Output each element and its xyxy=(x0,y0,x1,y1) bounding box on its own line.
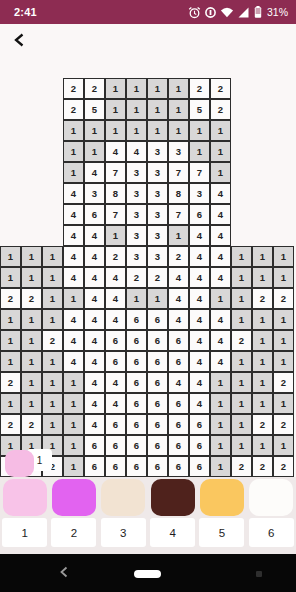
grid-empty xyxy=(273,225,294,246)
grid-cell[interactable]: 4 xyxy=(84,351,105,372)
grid-cell[interactable]: 3 xyxy=(147,141,168,162)
grid-cell[interactable]: 1 xyxy=(0,393,21,414)
grid-cell[interactable]: 1 xyxy=(42,246,63,267)
grid-cell[interactable]: 4 xyxy=(63,204,84,225)
grid-cell[interactable]: 3 xyxy=(126,183,147,204)
grid-empty xyxy=(21,141,42,162)
grid-cell[interactable]: 5 xyxy=(84,99,105,120)
grid-cell[interactable]: 4 xyxy=(63,330,84,351)
grid-cell[interactable]: 2 xyxy=(210,78,231,99)
grid-cell[interactable]: 1 xyxy=(252,351,273,372)
grid-cell[interactable]: 3 xyxy=(126,225,147,246)
grid-cell[interactable]: 2 xyxy=(210,99,231,120)
grid-empty xyxy=(273,183,294,204)
grid-cell[interactable]: 1 xyxy=(210,372,231,393)
grid-empty xyxy=(42,162,63,183)
grid-cell[interactable]: 1 xyxy=(168,78,189,99)
grid-cell[interactable]: 4 xyxy=(210,183,231,204)
grid-cell[interactable]: 4 xyxy=(189,225,210,246)
grid-cell[interactable]: 1 xyxy=(21,372,42,393)
palette-tile-1[interactable]: 1 xyxy=(0,477,49,555)
grid-cell[interactable]: 6 xyxy=(147,309,168,330)
grid-cell[interactable]: 6 xyxy=(168,435,189,456)
palette-tile-4[interactable]: 4 xyxy=(148,477,197,555)
grid-cell[interactable]: 2 xyxy=(84,78,105,99)
grid-cell[interactable]: 4 xyxy=(189,309,210,330)
grid-cell[interactable]: 7 xyxy=(168,162,189,183)
grid-cell[interactable]: 6 xyxy=(189,456,210,477)
grid-cell[interactable]: 1 xyxy=(273,267,294,288)
grid-empty xyxy=(21,204,42,225)
grid-cell[interactable]: 2 xyxy=(273,456,294,477)
grid-cell[interactable]: 6 xyxy=(189,414,210,435)
grid-empty xyxy=(21,120,42,141)
clock: 2:41 xyxy=(14,6,37,18)
grid-empty xyxy=(273,141,294,162)
grid-cell[interactable]: 2 xyxy=(42,330,63,351)
grid-cell[interactable]: 4 xyxy=(84,162,105,183)
data-saver-icon xyxy=(204,6,217,19)
grid-cell[interactable]: 2 xyxy=(231,456,252,477)
alarm-icon xyxy=(188,6,201,19)
pixel-grid: 2211112225111152111111111144331114733771… xyxy=(0,78,294,477)
grid-cell[interactable]: 1 xyxy=(105,120,126,141)
grid-cell[interactable]: 1 xyxy=(168,120,189,141)
grid-cell[interactable]: 1 xyxy=(42,393,63,414)
grid-cell[interactable]: 2 xyxy=(147,267,168,288)
grid-cell[interactable]: 6 xyxy=(147,372,168,393)
grid-cell[interactable]: 4 xyxy=(63,309,84,330)
grid-cell[interactable]: 1 xyxy=(63,435,84,456)
grid-cell[interactable]: 6 xyxy=(147,351,168,372)
grid-cell[interactable]: 7 xyxy=(189,162,210,183)
grid-cell[interactable]: 3 xyxy=(189,183,210,204)
grid-empty xyxy=(252,120,273,141)
grid-empty xyxy=(252,183,273,204)
grid-cell[interactable]: 1 xyxy=(126,120,147,141)
grid-cell[interactable]: 4 xyxy=(63,246,84,267)
grid-cell[interactable]: 2 xyxy=(168,246,189,267)
palette-tile-2[interactable]: 2 xyxy=(49,477,98,555)
grid-cell[interactable]: 1 xyxy=(105,78,126,99)
grid-cell[interactable]: 1 xyxy=(63,141,84,162)
grid-cell[interactable]: 1 xyxy=(42,267,63,288)
grid-cell[interactable]: 1 xyxy=(210,414,231,435)
grid-cell[interactable]: 4 xyxy=(84,246,105,267)
grid-cell[interactable]: 1 xyxy=(273,330,294,351)
grid-cell[interactable]: 6 xyxy=(126,414,147,435)
grid-cell[interactable]: 7 xyxy=(105,204,126,225)
grid-empty xyxy=(0,78,21,99)
grid-cell[interactable]: 1 xyxy=(210,393,231,414)
grid-cell[interactable]: 6 xyxy=(126,372,147,393)
grid-cell[interactable]: 1 xyxy=(273,309,294,330)
grid-cell[interactable]: 1 xyxy=(42,309,63,330)
grid-empty xyxy=(0,162,21,183)
grid-empty xyxy=(42,225,63,246)
grid-empty xyxy=(273,120,294,141)
grid-cell[interactable]: 1 xyxy=(147,120,168,141)
grid-cell[interactable]: 6 xyxy=(84,435,105,456)
grid-empty xyxy=(42,78,63,99)
grid-cell[interactable]: 6 xyxy=(84,204,105,225)
grid-cell[interactable]: 4 xyxy=(210,225,231,246)
grid-cell[interactable]: 4 xyxy=(84,267,105,288)
grid-cell[interactable]: 1 xyxy=(21,393,42,414)
palette-swatch[interactable] xyxy=(52,479,96,516)
back-button[interactable] xyxy=(8,30,32,54)
grid-cell[interactable]: 1 xyxy=(231,309,252,330)
grid-cell[interactable]: 3 xyxy=(147,204,168,225)
grid-cell[interactable]: 4 xyxy=(84,225,105,246)
grid-cell[interactable]: 4 xyxy=(63,225,84,246)
grid-cell[interactable]: 6 xyxy=(126,309,147,330)
grid-empty xyxy=(231,225,252,246)
grid-empty xyxy=(21,183,42,204)
grid-cell[interactable]: 2 xyxy=(63,99,84,120)
battery-icon xyxy=(253,5,263,19)
grid-cell[interactable]: 3 xyxy=(147,246,168,267)
grid-cell[interactable]: 4 xyxy=(168,288,189,309)
palette-number: 3 xyxy=(101,518,146,547)
grid-cell[interactable]: 1 xyxy=(231,288,252,309)
grid-empty xyxy=(0,183,21,204)
app-bar xyxy=(0,24,296,60)
grid-empty xyxy=(0,225,21,246)
grid-cell[interactable]: 1 xyxy=(126,288,147,309)
grid-cell[interactable]: 7 xyxy=(105,162,126,183)
grid-empty xyxy=(231,141,252,162)
grid-empty xyxy=(252,141,273,162)
palette-swatch[interactable] xyxy=(200,479,244,516)
grid-cell[interactable]: 3 xyxy=(147,183,168,204)
grid-cell[interactable]: 1 xyxy=(21,330,42,351)
grid-cell[interactable]: 4 xyxy=(84,330,105,351)
grid-cell[interactable]: 1 xyxy=(231,435,252,456)
grid-cell[interactable]: 1 xyxy=(0,267,21,288)
navigation-bar xyxy=(0,554,296,592)
grid-cell[interactable]: 4 xyxy=(210,330,231,351)
grid-cell[interactable]: 3 xyxy=(168,141,189,162)
grid-cell[interactable]: 1 xyxy=(147,288,168,309)
grid-cell[interactable]: 3 xyxy=(84,183,105,204)
cellular-signal-icon xyxy=(237,6,250,19)
grid-cell[interactable]: 1 xyxy=(147,99,168,120)
grid-cell[interactable]: 1 xyxy=(252,309,273,330)
grid-cell[interactable]: 6 xyxy=(147,456,168,477)
grid-cell[interactable]: 1 xyxy=(63,372,84,393)
grid-cell[interactable]: 1 xyxy=(42,414,63,435)
grid-cell[interactable]: 1 xyxy=(252,267,273,288)
grid-cell[interactable]: 1 xyxy=(21,246,42,267)
grid-cell[interactable]: 6 xyxy=(105,351,126,372)
status-bar: 2:41 xyxy=(0,0,296,24)
wifi-icon xyxy=(220,6,234,19)
grid-empty xyxy=(273,204,294,225)
grid-cell[interactable]: 6 xyxy=(147,435,168,456)
grid-cell[interactable]: 1 xyxy=(63,456,84,477)
grid-cell[interactable]: 1 xyxy=(231,393,252,414)
grid-empty xyxy=(273,78,294,99)
grid-cell[interactable]: 1 xyxy=(273,393,294,414)
grid-empty xyxy=(273,99,294,120)
grid-cell[interactable]: 1 xyxy=(210,435,231,456)
grid-empty xyxy=(21,225,42,246)
grid-cell[interactable]: 1 xyxy=(189,141,210,162)
grid-cell[interactable]: 6 xyxy=(126,351,147,372)
grid-cell[interactable]: 4 xyxy=(168,309,189,330)
grid-empty xyxy=(231,204,252,225)
grid-cell[interactable]: 1 xyxy=(273,435,294,456)
grid-empty xyxy=(0,99,21,120)
palette-swatch[interactable] xyxy=(3,479,47,516)
grid-cell[interactable]: 1 xyxy=(84,120,105,141)
grid-cell[interactable]: 7 xyxy=(168,204,189,225)
grid-empty xyxy=(42,183,63,204)
grid-cell[interactable]: 4 xyxy=(105,141,126,162)
palette-number: 1 xyxy=(2,518,47,547)
grid-cell[interactable]: 1 xyxy=(105,99,126,120)
grid-cell[interactable]: 1 xyxy=(189,120,210,141)
grid-cell[interactable]: 1 xyxy=(0,351,21,372)
grid-cell[interactable]: 4 xyxy=(84,372,105,393)
grid-cell[interactable]: 1 xyxy=(231,267,252,288)
grid-cell[interactable]: 1 xyxy=(42,351,63,372)
grid-cell[interactable]: 6 xyxy=(126,435,147,456)
grid-cell[interactable]: 1 xyxy=(21,309,42,330)
grid-cell[interactable]: 4 xyxy=(105,393,126,414)
grid-cell[interactable]: 4 xyxy=(189,372,210,393)
grid-cell[interactable]: 4 xyxy=(63,267,84,288)
grid-cell[interactable]: 3 xyxy=(147,162,168,183)
grid-cell[interactable]: 1 xyxy=(0,309,21,330)
grid-empty xyxy=(231,78,252,99)
palette-number: 2 xyxy=(51,518,96,547)
grid-cell[interactable]: 1 xyxy=(231,372,252,393)
grid-cell[interactable]: 1 xyxy=(210,120,231,141)
grid-empty xyxy=(231,99,252,120)
grid-cell[interactable]: 1 xyxy=(168,99,189,120)
palette-number: 6 xyxy=(249,518,294,547)
palette-swatch[interactable] xyxy=(101,479,145,516)
grid-cell[interactable]: 1 xyxy=(210,288,231,309)
grid-cell[interactable]: 1 xyxy=(273,246,294,267)
selected-color-indicator[interactable]: 1 xyxy=(5,449,53,478)
grid-cell[interactable]: 6 xyxy=(126,393,147,414)
color-palette: 123456 xyxy=(0,477,296,555)
palette-swatch[interactable] xyxy=(249,479,293,516)
grid-empty xyxy=(0,120,21,141)
battery-percent: 31% xyxy=(267,6,288,18)
grid-cell[interactable]: 4 xyxy=(63,351,84,372)
grid-cell[interactable]: 1 xyxy=(252,435,273,456)
palette-section: 123456 xyxy=(0,477,296,555)
back-chevron-icon xyxy=(11,31,29,53)
grid-cell[interactable]: 1 xyxy=(63,393,84,414)
grid-cell[interactable]: 2 xyxy=(273,288,294,309)
grid-cell[interactable]: 4 xyxy=(210,246,231,267)
grid-cell[interactable]: 4 xyxy=(105,267,126,288)
grid-cell[interactable]: 1 xyxy=(126,78,147,99)
grid-cell[interactable]: 2 xyxy=(63,78,84,99)
grid-cell[interactable]: 3 xyxy=(126,162,147,183)
grid-cell[interactable]: 1 xyxy=(273,351,294,372)
grid-empty xyxy=(273,162,294,183)
grid-cell[interactable]: 1 xyxy=(63,288,84,309)
grid-cell[interactable]: 8 xyxy=(168,183,189,204)
grid-cell[interactable]: 2 xyxy=(0,372,21,393)
grid-empty xyxy=(42,120,63,141)
palette-swatch[interactable] xyxy=(151,479,195,516)
grid-cell[interactable]: 1 xyxy=(84,141,105,162)
grid-empty xyxy=(42,141,63,162)
grid-cell[interactable]: 6 xyxy=(168,393,189,414)
grid-cell[interactable]: 4 xyxy=(63,183,84,204)
grid-cell[interactable]: 6 xyxy=(105,456,126,477)
nav-back-icon[interactable] xyxy=(58,565,70,583)
grid-cell[interactable]: 6 xyxy=(105,435,126,456)
grid-cell[interactable]: 4 xyxy=(105,372,126,393)
grid-cell[interactable]: 1 xyxy=(63,414,84,435)
grid-cell[interactable]: 8 xyxy=(105,183,126,204)
grid-empty xyxy=(252,162,273,183)
grid-cell[interactable]: 4 xyxy=(189,288,210,309)
grid-cell[interactable]: 6 xyxy=(189,435,210,456)
grid-cell[interactable]: 4 xyxy=(210,204,231,225)
grid-empty xyxy=(0,141,21,162)
grid-cell[interactable]: 4 xyxy=(84,414,105,435)
grid-empty xyxy=(231,183,252,204)
grid-cell[interactable]: 2 xyxy=(189,78,210,99)
grid-cell[interactable]: 1 xyxy=(105,225,126,246)
grid-cell[interactable]: 6 xyxy=(126,330,147,351)
grid-empty xyxy=(0,204,21,225)
grid-empty xyxy=(252,99,273,120)
grid-empty xyxy=(252,204,273,225)
grid-cell[interactable]: 2 xyxy=(273,372,294,393)
grid-cell[interactable]: 1 xyxy=(21,351,42,372)
grid-cell[interactable]: 2 xyxy=(273,414,294,435)
grid-cell[interactable]: 4 xyxy=(189,330,210,351)
grid-cell[interactable]: 1 xyxy=(168,225,189,246)
grid-cell[interactable]: 1 xyxy=(252,372,273,393)
grid-cell[interactable]: 4 xyxy=(189,246,210,267)
nav-home-pill[interactable] xyxy=(134,570,161,578)
grid-empty xyxy=(252,78,273,99)
grid-cell[interactable]: 1 xyxy=(0,246,21,267)
grid-empty xyxy=(21,78,42,99)
grid-cell[interactable]: 4 xyxy=(105,288,126,309)
grid-cell[interactable]: 6 xyxy=(168,330,189,351)
grid-cell[interactable]: 1 xyxy=(21,267,42,288)
grid-cell[interactable]: 4 xyxy=(189,267,210,288)
grid-cell[interactable]: 4 xyxy=(105,309,126,330)
grid-cell[interactable]: 4 xyxy=(168,372,189,393)
grid-cell[interactable]: 6 xyxy=(168,414,189,435)
grid-cell[interactable]: 3 xyxy=(147,225,168,246)
nav-recents-icon[interactable] xyxy=(256,571,262,577)
grid-cell[interactable]: 4 xyxy=(84,288,105,309)
grid-cell[interactable]: 1 xyxy=(210,162,231,183)
grid-empty xyxy=(231,120,252,141)
grid-cell[interactable]: 6 xyxy=(147,393,168,414)
palette-tile-5[interactable]: 5 xyxy=(197,477,246,555)
grid-empty xyxy=(21,99,42,120)
grid-empty xyxy=(42,99,63,120)
grid-cell[interactable]: 4 xyxy=(210,267,231,288)
grid-cell[interactable]: 1 xyxy=(231,351,252,372)
grid-cell[interactable]: 4 xyxy=(210,351,231,372)
grid-empty xyxy=(252,225,273,246)
grid-empty xyxy=(21,162,42,183)
grid-cell[interactable]: 2 xyxy=(0,414,21,435)
grid-cell[interactable]: 6 xyxy=(189,204,210,225)
grid-cell[interactable]: 4 xyxy=(84,309,105,330)
grid-cell[interactable]: 1 xyxy=(0,330,21,351)
grid-cell[interactable]: 2 xyxy=(21,288,42,309)
grid-empty xyxy=(231,162,252,183)
grid-cell[interactable]: 6 xyxy=(168,456,189,477)
grid-cell[interactable]: 2 xyxy=(105,246,126,267)
grid-cell[interactable]: 4 xyxy=(126,141,147,162)
grid-cell[interactable]: 6 xyxy=(105,330,126,351)
grid-cell[interactable]: 1 xyxy=(42,372,63,393)
grid-cell[interactable]: 6 xyxy=(105,414,126,435)
grid-cell[interactable]: 1 xyxy=(252,330,273,351)
palette-tile-6[interactable]: 6 xyxy=(247,477,296,555)
palette-tile-3[interactable]: 3 xyxy=(99,477,148,555)
grid-cell[interactable]: 6 xyxy=(168,351,189,372)
palette-number: 5 xyxy=(199,518,244,547)
grid-cell[interactable]: 3 xyxy=(126,246,147,267)
grid-cell[interactable]: 6 xyxy=(126,456,147,477)
grid-cell[interactable]: 6 xyxy=(84,456,105,477)
grid-cell[interactable]: 3 xyxy=(126,204,147,225)
grid-cell[interactable]: 1 xyxy=(231,246,252,267)
grid-cell[interactable]: 4 xyxy=(189,351,210,372)
grid-cell[interactable]: 4 xyxy=(210,309,231,330)
grid-cell[interactable]: 1 xyxy=(147,78,168,99)
grid-cell[interactable]: 1 xyxy=(63,120,84,141)
selected-color-swatch xyxy=(5,450,34,477)
grid-cell[interactable]: 2 xyxy=(126,267,147,288)
grid-cell[interactable]: 4 xyxy=(84,393,105,414)
grid-cell[interactable]: 1 xyxy=(210,456,231,477)
grid-cell[interactable]: 1 xyxy=(252,393,273,414)
grid-cell[interactable]: 4 xyxy=(189,393,210,414)
grid-cell[interactable]: 6 xyxy=(147,330,168,351)
grid-cell[interactable]: 1 xyxy=(252,246,273,267)
grid-cell[interactable]: 1 xyxy=(210,141,231,162)
grid-cell[interactable]: 2 xyxy=(252,456,273,477)
grid-empty xyxy=(42,204,63,225)
grid-cell[interactable]: 5 xyxy=(189,99,210,120)
grid-cell[interactable]: 1 xyxy=(63,162,84,183)
grid-cell[interactable]: 2 xyxy=(231,330,252,351)
grid-cell[interactable]: 2 xyxy=(21,414,42,435)
grid-cell[interactable]: 2 xyxy=(252,288,273,309)
grid-cell[interactable]: 6 xyxy=(147,414,168,435)
grid-cell[interactable]: 2 xyxy=(0,288,21,309)
grid-cell[interactable]: 1 xyxy=(231,414,252,435)
grid-cell[interactable]: 2 xyxy=(252,414,273,435)
grid-cell[interactable]: 4 xyxy=(168,267,189,288)
grid-cell[interactable]: 1 xyxy=(42,288,63,309)
palette-number: 4 xyxy=(150,518,195,547)
grid-cell[interactable]: 1 xyxy=(126,99,147,120)
